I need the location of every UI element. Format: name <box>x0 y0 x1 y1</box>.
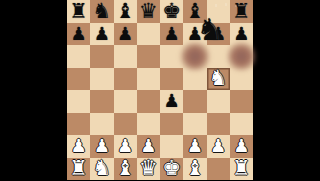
piece-wN-g5[interactable]: ♞ <box>209 68 228 89</box>
square-e1[interactable]: ♚ <box>160 158 183 181</box>
blur-patch-h6 <box>227 42 256 71</box>
square-g4[interactable] <box>207 90 230 113</box>
square-b8[interactable]: ♞ <box>90 0 113 23</box>
square-g1[interactable] <box>207 158 230 181</box>
piece-wP-g2[interactable]: ♟ <box>210 137 226 155</box>
square-b3[interactable] <box>90 113 113 136</box>
square-g2[interactable]: ♟ <box>207 135 230 158</box>
square-h8[interactable]: ♜ <box>230 0 253 23</box>
piece-bQ-d8[interactable]: ♛ <box>139 1 158 22</box>
piece-bR-h8[interactable]: ♜ <box>232 1 251 22</box>
square-c8[interactable]: ♝ <box>114 0 137 23</box>
piece-bP-h7[interactable]: ♟ <box>233 25 249 43</box>
square-d3[interactable] <box>137 113 160 136</box>
piece-bP-e7[interactable]: ♟ <box>164 25 180 43</box>
square-a8[interactable]: ♜ <box>67 0 90 23</box>
square-g5[interactable]: ♞ <box>207 68 230 91</box>
video-frame: ♜♞♝♛♚♝♜♟♟♟♟♟♟♟♞♟♟♟♟♟♟♟♟♜♞♝♛♚♝♜♞ <box>0 0 320 180</box>
square-a3[interactable] <box>67 113 90 136</box>
square-f6[interactable] <box>183 45 206 68</box>
square-a2[interactable]: ♟ <box>67 135 90 158</box>
square-b7[interactable]: ♟ <box>90 23 113 46</box>
square-f5[interactable] <box>183 68 206 91</box>
piece-wP-a2[interactable]: ♟ <box>71 137 87 155</box>
square-h5[interactable] <box>230 68 253 91</box>
square-b1[interactable]: ♞ <box>90 158 113 181</box>
square-d2[interactable]: ♟ <box>137 135 160 158</box>
square-h7[interactable]: ♟ <box>230 23 253 46</box>
piece-wP-c2[interactable]: ♟ <box>117 137 133 155</box>
square-d4[interactable] <box>137 90 160 113</box>
square-e7[interactable]: ♟ <box>160 23 183 46</box>
square-c3[interactable] <box>114 113 137 136</box>
square-h2[interactable]: ♟ <box>230 135 253 158</box>
square-h3[interactable] <box>230 113 253 136</box>
square-f2[interactable]: ♟ <box>183 135 206 158</box>
square-f1[interactable]: ♝ <box>183 158 206 181</box>
piece-bP-e4[interactable]: ♟ <box>164 92 180 110</box>
square-d8[interactable]: ♛ <box>137 0 160 23</box>
square-a7[interactable]: ♟ <box>67 23 90 46</box>
square-e6[interactable] <box>160 45 183 68</box>
square-c1[interactable]: ♝ <box>114 158 137 181</box>
square-e5[interactable] <box>160 68 183 91</box>
chess-board: ♜♞♝♛♚♝♜♟♟♟♟♟♟♟♞♟♟♟♟♟♟♟♟♜♞♝♛♚♝♜♞ <box>67 0 253 180</box>
square-d1[interactable]: ♛ <box>137 158 160 181</box>
piece-wP-d2[interactable]: ♟ <box>140 137 156 155</box>
square-e2[interactable] <box>160 135 183 158</box>
piece-bK-e8[interactable]: ♚ <box>162 1 181 22</box>
square-b5[interactable] <box>90 68 113 91</box>
square-e8[interactable]: ♚ <box>160 0 183 23</box>
piece-bP-b7[interactable]: ♟ <box>94 25 110 43</box>
square-c2[interactable]: ♟ <box>114 135 137 158</box>
piece-wQ-d1[interactable]: ♛ <box>139 158 158 179</box>
square-h6[interactable] <box>230 45 253 68</box>
square-c4[interactable] <box>114 90 137 113</box>
piece-wP-b2[interactable]: ♟ <box>94 137 110 155</box>
square-d7[interactable] <box>137 23 160 46</box>
square-h1[interactable]: ♜ <box>230 158 253 181</box>
square-f3[interactable] <box>183 113 206 136</box>
square-c6[interactable] <box>114 45 137 68</box>
square-e4[interactable]: ♟ <box>160 90 183 113</box>
piece-wK-e1[interactable]: ♚ <box>162 158 181 179</box>
square-b2[interactable]: ♟ <box>90 135 113 158</box>
square-f4[interactable] <box>183 90 206 113</box>
square-g3[interactable] <box>207 113 230 136</box>
square-b4[interactable] <box>90 90 113 113</box>
piece-wB-f1[interactable]: ♝ <box>185 158 204 179</box>
square-a1[interactable]: ♜ <box>67 158 90 181</box>
square-h4[interactable] <box>230 90 253 113</box>
square-e3[interactable] <box>160 113 183 136</box>
square-a4[interactable] <box>67 90 90 113</box>
square-c5[interactable] <box>114 68 137 91</box>
piece-bN-b8[interactable]: ♞ <box>92 1 111 22</box>
piece-wR-h1[interactable]: ♜ <box>232 158 251 179</box>
square-g6[interactable] <box>207 45 230 68</box>
square-a5[interactable] <box>67 68 90 91</box>
square-a6[interactable] <box>67 45 90 68</box>
piece-wR-a1[interactable]: ♜ <box>69 158 88 179</box>
piece-wB-c1[interactable]: ♝ <box>116 158 135 179</box>
piece-wP-h2[interactable]: ♟ <box>233 137 249 155</box>
piece-bR-a8[interactable]: ♜ <box>69 1 88 22</box>
piece-bP-c7[interactable]: ♟ <box>117 25 133 43</box>
piece-wP-f2[interactable]: ♟ <box>187 137 203 155</box>
piece-wN-b1[interactable]: ♞ <box>92 158 111 179</box>
square-d5[interactable] <box>137 68 160 91</box>
piece-bP-a7[interactable]: ♟ <box>71 25 87 43</box>
square-d6[interactable] <box>137 45 160 68</box>
piece-bB-c8[interactable]: ♝ <box>116 1 135 22</box>
square-c7[interactable]: ♟ <box>114 23 137 46</box>
square-b6[interactable] <box>90 45 113 68</box>
dragged-piece-bN[interactable]: ♞ <box>197 15 224 45</box>
